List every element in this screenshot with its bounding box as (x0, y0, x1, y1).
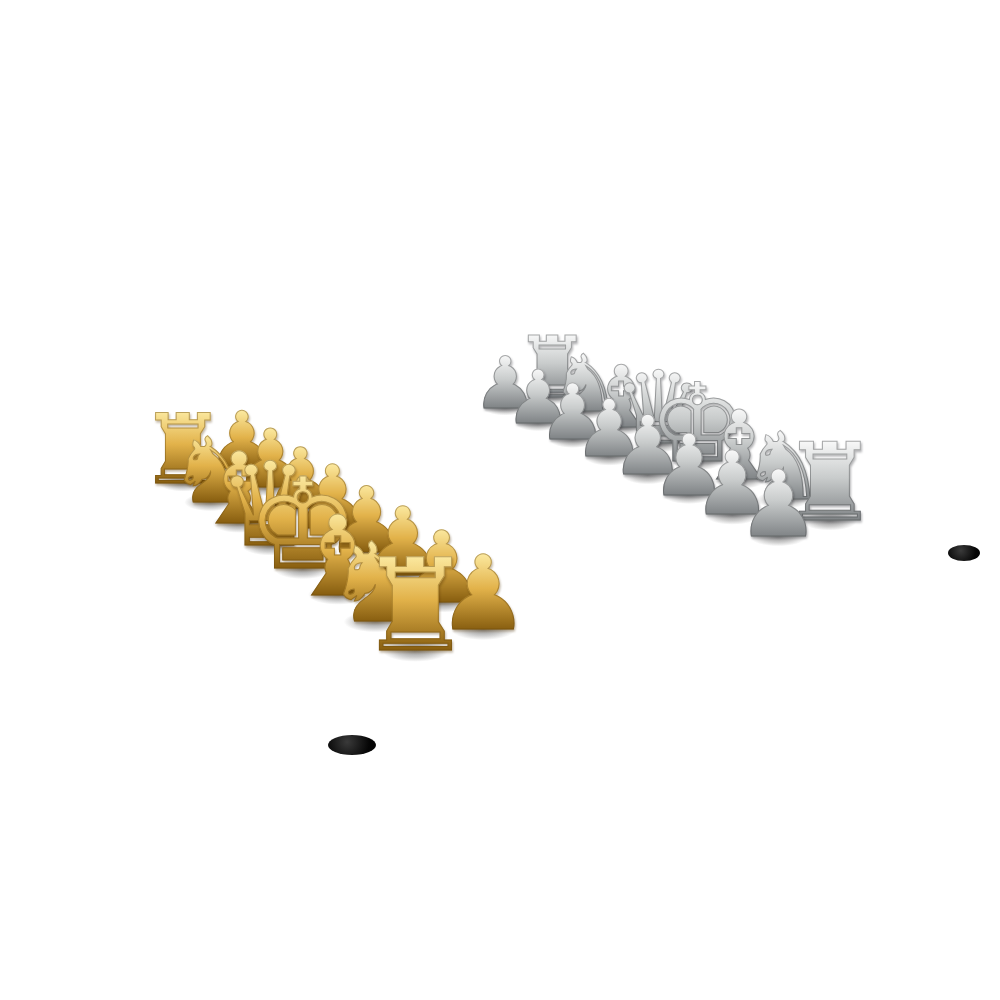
square-c5[interactable] (427, 451, 514, 483)
square-e5[interactable] (496, 488, 589, 524)
square-a5[interactable] (365, 418, 447, 446)
square-b5[interactable] (395, 434, 480, 464)
square-f5[interactable] (534, 508, 630, 546)
piece-gold-rook-h1[interactable]: ♜ (358, 542, 473, 670)
square-h4[interactable] (557, 569, 663, 614)
square-g5[interactable] (574, 529, 674, 569)
product-photo-scene: ♜♞♝♛♚♝♞♜♟♟♟♟♟♟♟♟♟♟♟♟♟♟♟♟♜♞♝♛♚♝♞♜ (0, 0, 1000, 1000)
square-g4[interactable] (515, 545, 617, 587)
square-h5[interactable] (617, 552, 721, 595)
piece-silver-pawn-h7[interactable]: ♟ (737, 459, 819, 551)
square-d5[interactable] (460, 469, 550, 503)
